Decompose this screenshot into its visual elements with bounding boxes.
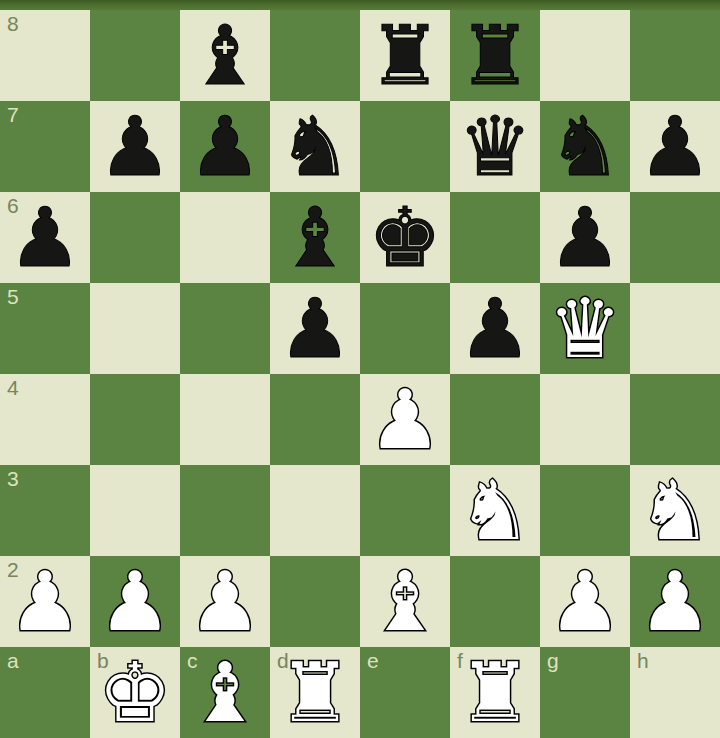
square-b8[interactable] [90, 10, 180, 101]
piece-black-pawn[interactable]: ♟ [540, 192, 630, 283]
square-h6[interactable] [630, 192, 720, 283]
square-a4[interactable]: 4 [0, 374, 90, 465]
square-d5[interactable]: ♟ [270, 283, 360, 374]
square-c5[interactable] [180, 283, 270, 374]
square-e7[interactable] [360, 101, 450, 192]
square-g5[interactable]: ♛ [540, 283, 630, 374]
square-d1[interactable]: d♜ [270, 647, 360, 738]
piece-black-pawn[interactable]: ♟ [450, 283, 540, 374]
square-d8[interactable] [270, 10, 360, 101]
square-a8[interactable]: 8 [0, 10, 90, 101]
piece-white-pawn[interactable]: ♟ [90, 556, 180, 647]
piece-white-pawn[interactable]: ♟ [630, 556, 720, 647]
square-d4[interactable] [270, 374, 360, 465]
square-f4[interactable] [450, 374, 540, 465]
square-g3[interactable] [540, 465, 630, 556]
square-f1[interactable]: f♜ [450, 647, 540, 738]
piece-black-pawn[interactable]: ♟ [630, 101, 720, 192]
file-label-e: e [367, 648, 379, 674]
piece-black-pawn[interactable]: ♟ [180, 101, 270, 192]
square-f6[interactable] [450, 192, 540, 283]
chess-app-board-view: 8♝♜♜7♟♟♞♛♞♟6♟♝♚♟5♟♟♛4♟3♞♞2♟♟♟♝♟♟ab♚c♝d♜e… [0, 0, 720, 738]
square-c4[interactable] [180, 374, 270, 465]
piece-white-bishop[interactable]: ♝ [180, 647, 270, 738]
piece-white-rook[interactable]: ♜ [270, 647, 360, 738]
square-h5[interactable] [630, 283, 720, 374]
square-d3[interactable] [270, 465, 360, 556]
square-b7[interactable]: ♟ [90, 101, 180, 192]
piece-black-rook[interactable]: ♜ [450, 10, 540, 101]
piece-black-pawn[interactable]: ♟ [90, 101, 180, 192]
square-e2[interactable]: ♝ [360, 556, 450, 647]
piece-white-knight[interactable]: ♞ [450, 465, 540, 556]
board-top-edge [0, 0, 720, 10]
piece-white-knight[interactable]: ♞ [630, 465, 720, 556]
square-a5[interactable]: 5 [0, 283, 90, 374]
chess-board: 8♝♜♜7♟♟♞♛♞♟6♟♝♚♟5♟♟♛4♟3♞♞2♟♟♟♝♟♟ab♚c♝d♜e… [0, 10, 720, 738]
square-e8[interactable]: ♜ [360, 10, 450, 101]
square-d6[interactable]: ♝ [270, 192, 360, 283]
square-c1[interactable]: c♝ [180, 647, 270, 738]
piece-black-bishop[interactable]: ♝ [270, 192, 360, 283]
square-g8[interactable] [540, 10, 630, 101]
square-g7[interactable]: ♞ [540, 101, 630, 192]
square-a2[interactable]: 2♟ [0, 556, 90, 647]
rank-label-3: 3 [7, 466, 19, 492]
square-e4[interactable]: ♟ [360, 374, 450, 465]
square-d2[interactable] [270, 556, 360, 647]
piece-black-rook[interactable]: ♜ [360, 10, 450, 101]
piece-black-pawn[interactable]: ♟ [270, 283, 360, 374]
square-f5[interactable]: ♟ [450, 283, 540, 374]
square-g4[interactable] [540, 374, 630, 465]
square-c7[interactable]: ♟ [180, 101, 270, 192]
square-b2[interactable]: ♟ [90, 556, 180, 647]
piece-white-rook[interactable]: ♜ [450, 647, 540, 738]
piece-white-pawn[interactable]: ♟ [180, 556, 270, 647]
square-a1[interactable]: a [0, 647, 90, 738]
square-f3[interactable]: ♞ [450, 465, 540, 556]
rank-label-8: 8 [7, 11, 19, 37]
square-b6[interactable] [90, 192, 180, 283]
square-a7[interactable]: 7 [0, 101, 90, 192]
piece-white-king[interactable]: ♚ [90, 647, 180, 738]
file-label-a: a [7, 648, 19, 674]
piece-white-bishop[interactable]: ♝ [360, 556, 450, 647]
rank-label-4: 4 [7, 375, 19, 401]
square-b3[interactable] [90, 465, 180, 556]
rank-label-7: 7 [7, 102, 19, 128]
square-e6[interactable]: ♚ [360, 192, 450, 283]
square-f7[interactable]: ♛ [450, 101, 540, 192]
square-f2[interactable] [450, 556, 540, 647]
square-h4[interactable] [630, 374, 720, 465]
piece-white-queen[interactable]: ♛ [540, 283, 630, 374]
square-d7[interactable]: ♞ [270, 101, 360, 192]
square-a6[interactable]: 6♟ [0, 192, 90, 283]
square-c6[interactable] [180, 192, 270, 283]
piece-white-pawn[interactable]: ♟ [540, 556, 630, 647]
square-e5[interactable] [360, 283, 450, 374]
piece-black-knight[interactable]: ♞ [270, 101, 360, 192]
square-g2[interactable]: ♟ [540, 556, 630, 647]
piece-black-knight[interactable]: ♞ [540, 101, 630, 192]
square-a3[interactable]: 3 [0, 465, 90, 556]
piece-black-queen[interactable]: ♛ [450, 101, 540, 192]
square-h3[interactable]: ♞ [630, 465, 720, 556]
square-b5[interactable] [90, 283, 180, 374]
square-f8[interactable]: ♜ [450, 10, 540, 101]
square-g1[interactable]: g [540, 647, 630, 738]
file-label-g: g [547, 648, 559, 674]
square-h7[interactable]: ♟ [630, 101, 720, 192]
square-g6[interactable]: ♟ [540, 192, 630, 283]
piece-black-pawn[interactable]: ♟ [0, 192, 90, 283]
square-e3[interactable] [360, 465, 450, 556]
piece-white-pawn[interactable]: ♟ [0, 556, 90, 647]
file-label-h: h [637, 648, 649, 674]
piece-black-king[interactable]: ♚ [360, 192, 450, 283]
square-c8[interactable]: ♝ [180, 10, 270, 101]
square-b1[interactable]: b♚ [90, 647, 180, 738]
square-c2[interactable]: ♟ [180, 556, 270, 647]
square-h2[interactable]: ♟ [630, 556, 720, 647]
rank-label-5: 5 [7, 284, 19, 310]
square-h8[interactable] [630, 10, 720, 101]
square-h1[interactable]: h [630, 647, 720, 738]
square-b4[interactable] [90, 374, 180, 465]
piece-white-pawn[interactable]: ♟ [360, 374, 450, 465]
piece-black-bishop[interactable]: ♝ [180, 10, 270, 101]
square-c3[interactable] [180, 465, 270, 556]
square-e1[interactable]: e [360, 647, 450, 738]
